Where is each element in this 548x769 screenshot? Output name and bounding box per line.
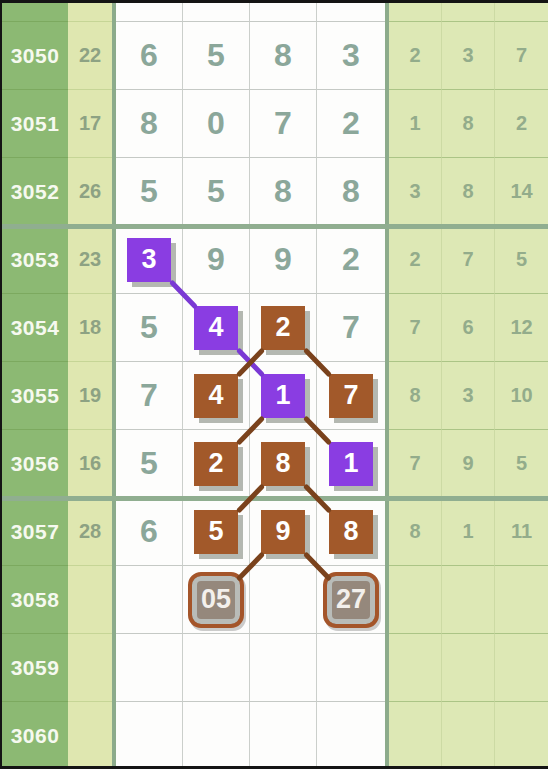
stat-cell <box>442 702 495 769</box>
sum-cell: 16 <box>68 430 112 498</box>
main-cell: 7 <box>250 90 317 158</box>
sum-cell <box>68 702 112 769</box>
highlight-box-purple: 1 <box>261 374 305 418</box>
highlight-box-brown: 9 <box>261 510 305 554</box>
highlight-box-brown: 2 <box>194 442 238 486</box>
stat-cell <box>389 702 442 769</box>
period-cell: 3051 <box>2 90 68 158</box>
highlight-box-brown: 5 <box>194 510 238 554</box>
highlight-box-purple: 1 <box>329 442 373 486</box>
period-cell: 3054 <box>2 294 68 362</box>
period-cell: 3059 <box>2 634 68 702</box>
main-cell: 5 <box>183 22 250 90</box>
period-cell: 3060 <box>2 702 68 769</box>
thick-row-separator <box>0 496 548 501</box>
stat-cell: 8 <box>442 158 495 226</box>
sum-cell: 23 <box>68 226 112 294</box>
stat-cell: 7 <box>442 226 495 294</box>
stat-cell: 2 <box>495 90 548 158</box>
main-cell: 6 <box>116 498 183 566</box>
sum-cell: 18 <box>68 294 112 362</box>
stat-cell: 3 <box>442 362 495 430</box>
highlight-box-brown: 2 <box>261 306 305 350</box>
main-cell: 7 <box>317 294 385 362</box>
period-cell: 3050 <box>2 22 68 90</box>
period-cell <box>2 3 68 22</box>
result-box: 05 <box>188 572 244 628</box>
main-cell: 9 <box>183 226 250 294</box>
main-cell: 8 <box>250 158 317 226</box>
main-cell <box>317 634 385 702</box>
frame-edge-left <box>0 0 2 769</box>
main-cell: 0 <box>183 90 250 158</box>
period-cell: 3056 <box>2 430 68 498</box>
stat-cell: 7 <box>495 22 548 90</box>
stat-cell <box>442 634 495 702</box>
stat-cell: 8 <box>389 362 442 430</box>
highlight-box-brown: 8 <box>329 510 373 554</box>
period-cell: 3055 <box>2 362 68 430</box>
trend-grid: 3050226583237305117807218230522655883814… <box>2 3 548 769</box>
sum-cell: 26 <box>68 158 112 226</box>
main-cell <box>250 634 317 702</box>
stat-cell: 10 <box>495 362 548 430</box>
stat-cell <box>442 566 495 634</box>
period-cell: 3053 <box>2 226 68 294</box>
stat-cell: 11 <box>495 498 548 566</box>
main-cell <box>183 702 250 769</box>
sum-cell <box>68 634 112 702</box>
main-cell <box>317 702 385 769</box>
main-cell: 5 <box>116 294 183 362</box>
stat-cell: 8 <box>442 90 495 158</box>
main-cell <box>183 3 250 22</box>
stat-cell: 5 <box>495 430 548 498</box>
stat-cell: 9 <box>442 430 495 498</box>
stat-cell: 2 <box>389 226 442 294</box>
main-cell: 2 <box>317 90 385 158</box>
main-cell <box>250 702 317 769</box>
stat-cell <box>495 566 548 634</box>
main-cell: 5 <box>183 158 250 226</box>
stat-cell: 1 <box>389 90 442 158</box>
main-cell: 6 <box>116 22 183 90</box>
period-cell: 3052 <box>2 158 68 226</box>
highlight-box-brown: 7 <box>329 374 373 418</box>
stat-cell: 2 <box>389 22 442 90</box>
stat-cell: 7 <box>389 430 442 498</box>
stat-cell <box>389 3 442 22</box>
highlight-box-brown: 4 <box>194 374 238 418</box>
stat-cell <box>389 566 442 634</box>
sum-cell <box>68 3 112 22</box>
main-cell <box>317 3 385 22</box>
stat-cell <box>495 702 548 769</box>
main-cell: 7 <box>116 362 183 430</box>
highlight-box-brown: 8 <box>261 442 305 486</box>
main-cell <box>183 634 250 702</box>
stat-cell <box>495 634 548 702</box>
thick-row-separator <box>0 224 548 229</box>
sum-cell: 28 <box>68 498 112 566</box>
main-cell: 8 <box>116 90 183 158</box>
stat-cell: 7 <box>389 294 442 362</box>
sum-cell: 17 <box>68 90 112 158</box>
period-cell: 3057 <box>2 498 68 566</box>
stat-cell: 14 <box>495 158 548 226</box>
main-cell: 3 <box>317 22 385 90</box>
stat-cell: 8 <box>389 498 442 566</box>
stat-cell: 3 <box>442 22 495 90</box>
period-cell: 3058 <box>2 566 68 634</box>
highlight-box-purple: 3 <box>127 238 171 282</box>
main-cell <box>116 702 183 769</box>
main-cell: 5 <box>116 430 183 498</box>
stat-cell: 12 <box>495 294 548 362</box>
sum-cell: 19 <box>68 362 112 430</box>
stat-cell <box>389 634 442 702</box>
main-cell <box>116 3 183 22</box>
main-cell: 5 <box>116 158 183 226</box>
main-cell <box>250 566 317 634</box>
stat-cell: 1 <box>442 498 495 566</box>
result-box: 27 <box>323 572 379 628</box>
main-cell: 8 <box>250 22 317 90</box>
frame-edge-top <box>0 0 548 3</box>
main-cell <box>250 3 317 22</box>
stat-cell: 6 <box>442 294 495 362</box>
main-cell: 9 <box>250 226 317 294</box>
highlight-box-purple: 4 <box>194 306 238 350</box>
main-cell <box>116 566 183 634</box>
main-cell <box>116 634 183 702</box>
stat-cell <box>442 3 495 22</box>
main-cell: 2 <box>317 226 385 294</box>
stat-cell <box>495 3 548 22</box>
stat-cell: 5 <box>495 226 548 294</box>
main-cell: 8 <box>317 158 385 226</box>
stat-cell: 3 <box>389 158 442 226</box>
trend-chart: 3050226583237305117807218230522655883814… <box>0 0 548 769</box>
sum-cell: 22 <box>68 22 112 90</box>
sum-cell <box>68 566 112 634</box>
